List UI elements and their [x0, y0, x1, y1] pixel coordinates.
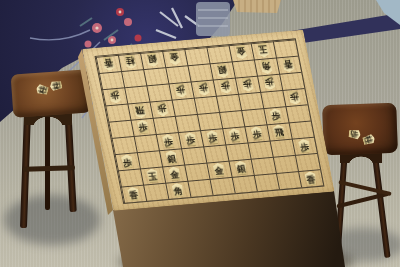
shogi-board-grid[interactable]: 香桂銀金金玉銀角香歩歩歩歩歩歩飛歩歩歩歩歩歩歩歩歩飛歩銀歩玉金金銀香角香 [94, 38, 324, 204]
piece-2e-pawn-sente[interactable]: 歩 [267, 108, 285, 123]
piece-9a-lance-gote[interactable]: 香 [100, 56, 118, 71]
piece-9g-pawn-sente[interactable]: 歩 [118, 154, 136, 169]
piece-8e-pawn-sente[interactable]: 歩 [134, 119, 152, 134]
captured-piece-桂[interactable]: 桂 [361, 132, 376, 148]
captured-piece-桂[interactable]: 桂 [35, 82, 50, 98]
piece-2f-rook-sente[interactable]: 飛 [270, 124, 288, 139]
piece-4h-silver-sente[interactable]: 銀 [232, 160, 250, 175]
right-piece-stand: 歩桂 [322, 103, 398, 156]
piece-3f-pawn-sente[interactable]: 歩 [248, 126, 266, 141]
piece-3a-gold-gote[interactable]: 金 [232, 45, 250, 60]
piece-5f-pawn-sente[interactable]: 歩 [204, 130, 222, 145]
right-stand-stretcher [338, 180, 392, 196]
piece-2b-bishop-gote[interactable]: 角 [258, 59, 276, 74]
piece-6f-pawn-sente[interactable]: 歩 [182, 132, 200, 147]
piece-1d-pawn-gote[interactable]: 歩 [286, 90, 304, 105]
piece-6c-pawn-gote[interactable]: 歩 [172, 83, 190, 98]
piece-7g-silver-sente[interactable]: 銀 [163, 150, 181, 165]
shogi-photo-scene: 桂桂 歩桂 香桂銀金金玉銀角香歩歩歩歩歩歩飛歩歩歩歩歩歩歩歩歩飛歩銀歩玉金金銀香… [0, 0, 400, 267]
piece-3c-pawn-gote[interactable]: 歩 [239, 77, 257, 92]
piece-8a-knight-gote[interactable]: 桂 [122, 54, 140, 69]
captured-piece-桂[interactable]: 桂 [49, 78, 63, 93]
piece-5c-pawn-gote[interactable]: 歩 [194, 81, 212, 96]
piece-7h-gold-sente[interactable]: 金 [166, 166, 184, 181]
piece-7i-bishop-sente[interactable]: 角 [169, 182, 187, 197]
piece-6a-gold-gote[interactable]: 金 [166, 51, 184, 66]
piece-5h-gold-sente[interactable]: 金 [210, 162, 228, 177]
piece-4c-pawn-gote[interactable]: 歩 [217, 79, 235, 94]
piece-7f-pawn-sente[interactable]: 歩 [160, 134, 178, 149]
piece-9c-pawn-gote[interactable]: 歩 [106, 89, 124, 104]
piece-1i-lance-sente[interactable]: 香 [302, 171, 320, 186]
captured-piece-歩[interactable]: 歩 [348, 127, 362, 142]
piece-7a-silver-gote[interactable]: 銀 [144, 53, 162, 68]
left-stand-leg [45, 114, 50, 210]
piece-4b-silver-gote[interactable]: 銀 [213, 63, 231, 78]
shogi-board: 香桂銀金金玉銀角香歩歩歩歩歩歩飛歩歩歩歩歩歩歩歩歩飛歩銀歩玉金金銀香角香 [82, 30, 335, 211]
piece-4f-pawn-sente[interactable]: 歩 [226, 128, 244, 143]
piece-8h-king-sente[interactable]: 玉 [144, 168, 162, 183]
piece-2c-pawn-gote[interactable]: 歩 [261, 75, 279, 90]
piece-1b-lance-gote[interactable]: 香 [280, 57, 298, 72]
left-stand-shadow [4, 195, 100, 245]
piece-8d-rook-gote[interactable]: 飛 [131, 103, 149, 118]
piece-2a-king-gote[interactable]: 玉 [254, 43, 272, 58]
left-piece-stand: 桂桂 [11, 69, 92, 117]
piece-9i-lance-sente[interactable]: 香 [125, 186, 143, 201]
piece-7d-pawn-gote[interactable]: 歩 [153, 101, 171, 116]
piece-1g-pawn-sente[interactable]: 歩 [296, 138, 314, 153]
